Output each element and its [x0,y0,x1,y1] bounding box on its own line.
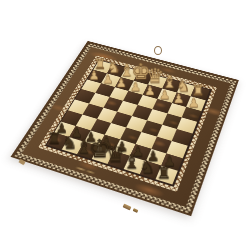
piece-white-pawn: ♟ [188,96,200,109]
latch-ring-icon [154,46,162,55]
piece-black-knight: ♞ [140,159,156,177]
piece-white-pawn: ♟ [89,69,100,81]
piece-white-pawn: ♟ [173,92,184,105]
clasp-icon [133,208,139,213]
product-photo: ♜♞♝♚♛♝♞♜♟♟♟♟♟♟♟♟♟♟♟♟♟♟♟♟♜♞♝♚♛♝♞♜ [0,0,250,250]
piece-white-pawn: ♟ [116,76,127,88]
chess-board: ♜♞♝♚♛♝♞♜♟♟♟♟♟♟♟♟♟♟♟♟♟♟♟♟♜♞♝♚♛♝♞♜ [11,41,239,216]
piece-black-bishop: ♝ [123,152,141,172]
piece-white-pawn: ♟ [102,73,113,85]
piece-white-pawn: ♟ [144,84,155,97]
piece-white-pawn: ♟ [130,80,141,92]
piece-black-rook: ♜ [157,165,172,182]
piece-black-rook: ♜ [47,131,61,147]
clasp-icon [123,203,132,210]
piece-white-pawn: ♟ [159,88,170,101]
